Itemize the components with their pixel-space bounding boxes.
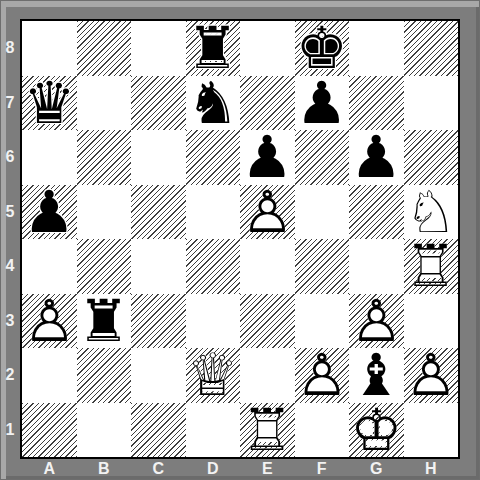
square-a4[interactable] (22, 239, 77, 294)
white-pawn[interactable]: ♟♙ (240, 185, 295, 240)
white-pawn-glyph: ♙ (349, 294, 404, 349)
white-rook[interactable]: ♜♖ (404, 239, 459, 294)
file-label-h: H (404, 459, 459, 479)
black-knight[interactable]: ♞ (186, 76, 241, 131)
square-f3[interactable] (295, 294, 350, 349)
square-b5[interactable] (77, 185, 132, 240)
square-d7[interactable]: ♞ (186, 76, 241, 131)
square-a3[interactable]: ♟♙ (22, 294, 77, 349)
square-e5[interactable]: ♟♙ (240, 185, 295, 240)
white-queen[interactable]: ♛♕ (186, 348, 241, 403)
square-a5[interactable]: ♟ (22, 185, 77, 240)
white-pawn-glyph: ♙ (404, 348, 459, 403)
white-queen-glyph: ♕ (186, 348, 241, 403)
rank-label-6: 6 (0, 130, 20, 185)
square-c6[interactable] (131, 130, 186, 185)
black-pawn[interactable]: ♟ (295, 76, 350, 131)
square-h7[interactable] (404, 76, 459, 131)
rank-label-3: 3 (0, 294, 20, 349)
square-f6[interactable] (295, 130, 350, 185)
square-c8[interactable] (131, 21, 186, 76)
square-e8[interactable] (240, 21, 295, 76)
black-rook-glyph: ♜ (77, 294, 132, 349)
square-d6[interactable] (186, 130, 241, 185)
black-rook-glyph: ♜ (186, 21, 241, 76)
black-king-glyph: ♚ (295, 21, 350, 76)
white-pawn[interactable]: ♟♙ (22, 294, 77, 349)
square-a6[interactable] (22, 130, 77, 185)
square-h8[interactable] (404, 21, 459, 76)
white-rook-glyph: ♖ (404, 239, 459, 294)
square-a2[interactable] (22, 348, 77, 403)
square-h4[interactable]: ♜♖ (404, 239, 459, 294)
black-knight-glyph: ♞ (186, 76, 241, 131)
square-c5[interactable] (131, 185, 186, 240)
square-b8[interactable] (77, 21, 132, 76)
square-f1[interactable] (295, 403, 350, 458)
rank-label-7: 7 (0, 76, 20, 131)
square-f4[interactable] (295, 239, 350, 294)
white-pawn[interactable]: ♟♙ (295, 348, 350, 403)
white-pawn[interactable]: ♟♙ (404, 348, 459, 403)
file-label-d: D (186, 459, 241, 479)
black-pawn-glyph: ♟ (349, 130, 404, 185)
rank-labels: 87654321 (0, 21, 20, 457)
square-d5[interactable] (186, 185, 241, 240)
white-king-glyph: ♔ (349, 403, 404, 458)
white-knight-glyph: ♘ (404, 185, 459, 240)
white-pawn-glyph: ♙ (240, 185, 295, 240)
square-c3[interactable] (131, 294, 186, 349)
square-h1[interactable] (404, 403, 459, 458)
square-g5[interactable] (349, 185, 404, 240)
square-c4[interactable] (131, 239, 186, 294)
square-g2[interactable]: ♝ (349, 348, 404, 403)
square-h3[interactable] (404, 294, 459, 349)
black-pawn[interactable]: ♟ (240, 130, 295, 185)
square-a8[interactable] (22, 21, 77, 76)
square-h2[interactable]: ♟♙ (404, 348, 459, 403)
black-rook[interactable]: ♜ (186, 21, 241, 76)
square-f7[interactable]: ♟ (295, 76, 350, 131)
black-pawn[interactable]: ♟ (22, 185, 77, 240)
square-d3[interactable] (186, 294, 241, 349)
square-e7[interactable] (240, 76, 295, 131)
square-a7[interactable]: ♛ (22, 76, 77, 131)
chess-board: ♜♚♛♞♟♟♟♟♟♙♞♘♜♖♟♙♜♟♙♛♕♟♙♝♟♙♜♖♚♔ (20, 19, 460, 459)
white-pawn-glyph: ♙ (295, 348, 350, 403)
square-e2[interactable] (240, 348, 295, 403)
square-b7[interactable] (77, 76, 132, 131)
square-g6[interactable]: ♟ (349, 130, 404, 185)
black-bishop-glyph: ♝ (349, 348, 404, 403)
black-bishop[interactable]: ♝ (349, 348, 404, 403)
square-e3[interactable] (240, 294, 295, 349)
square-c1[interactable] (131, 403, 186, 458)
square-h5[interactable]: ♞♘ (404, 185, 459, 240)
file-label-f: F (295, 459, 350, 479)
black-pawn[interactable]: ♟ (349, 130, 404, 185)
white-rook[interactable]: ♜♖ (240, 403, 295, 458)
square-a1[interactable] (22, 403, 77, 458)
white-rook-glyph: ♖ (240, 403, 295, 458)
square-g8[interactable] (349, 21, 404, 76)
white-king[interactable]: ♚♔ (349, 403, 404, 458)
black-rook[interactable]: ♜ (77, 294, 132, 349)
white-knight[interactable]: ♞♘ (404, 185, 459, 240)
black-queen[interactable]: ♛ (22, 76, 77, 131)
rank-label-2: 2 (0, 348, 20, 403)
black-pawn-glyph: ♟ (295, 76, 350, 131)
file-label-b: B (77, 459, 132, 479)
square-c7[interactable] (131, 76, 186, 131)
square-g1[interactable]: ♚♔ (349, 403, 404, 458)
chess-diagram: 87654321 ABCDEFGH ♜♚♛♞♟♟♟♟♟♙♞♘♜♖♟♙♜♟♙♛♕♟… (0, 0, 480, 480)
square-g4[interactable] (349, 239, 404, 294)
rank-label-8: 8 (0, 21, 20, 76)
square-d4[interactable] (186, 239, 241, 294)
square-d1[interactable] (186, 403, 241, 458)
square-e1[interactable]: ♜♖ (240, 403, 295, 458)
black-king[interactable]: ♚ (295, 21, 350, 76)
square-b6[interactable] (77, 130, 132, 185)
square-h6[interactable] (404, 130, 459, 185)
black-pawn-glyph: ♟ (22, 185, 77, 240)
square-e6[interactable]: ♟ (240, 130, 295, 185)
square-f8[interactable]: ♚ (295, 21, 350, 76)
square-d8[interactable]: ♜ (186, 21, 241, 76)
file-label-a: A (22, 459, 77, 479)
square-f5[interactable] (295, 185, 350, 240)
black-queen-glyph: ♛ (22, 76, 77, 131)
square-c2[interactable] (131, 348, 186, 403)
rank-label-1: 1 (0, 403, 20, 458)
square-e4[interactable] (240, 239, 295, 294)
white-pawn[interactable]: ♟♙ (349, 294, 404, 349)
square-b4[interactable] (77, 239, 132, 294)
square-g7[interactable] (349, 76, 404, 131)
file-label-c: C (131, 459, 186, 479)
square-g3[interactable]: ♟♙ (349, 294, 404, 349)
square-d2[interactable]: ♛♕ (186, 348, 241, 403)
square-b3[interactable]: ♜ (77, 294, 132, 349)
black-pawn-glyph: ♟ (240, 130, 295, 185)
white-pawn-glyph: ♙ (22, 294, 77, 349)
square-f2[interactable]: ♟♙ (295, 348, 350, 403)
square-b1[interactable] (77, 403, 132, 458)
rank-label-5: 5 (0, 185, 20, 240)
square-b2[interactable] (77, 348, 132, 403)
rank-label-4: 4 (0, 239, 20, 294)
